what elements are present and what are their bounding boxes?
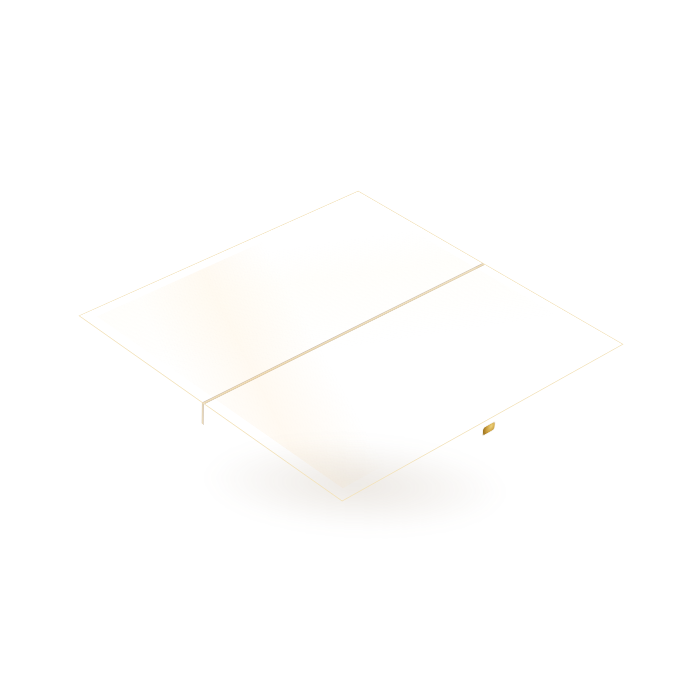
- camera-lean: [0, 0, 700, 700]
- product-photo-scene: [0, 0, 700, 700]
- board-top: [80, 191, 622, 500]
- coordinate-frame: [80, 191, 622, 500]
- board-box: [80, 191, 622, 500]
- fold-seam-side: [202, 402, 204, 425]
- perspective-stage: [0, 0, 700, 700]
- brass-clasp-icon: [483, 422, 495, 436]
